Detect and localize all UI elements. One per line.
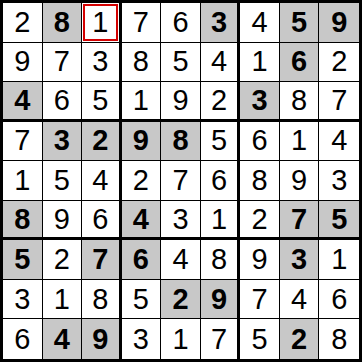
cell-r7c9[interactable]: 1	[319, 240, 359, 280]
cell-r4c5[interactable]: 8	[161, 122, 201, 162]
cell-r4c1[interactable]: 7	[3, 122, 43, 162]
cell-r7c4[interactable]: 6	[122, 240, 162, 280]
cell-r1c5[interactable]: 6	[161, 3, 201, 43]
cell-r2c3[interactable]: 3	[82, 43, 122, 83]
cell-r5c6[interactable]: 6	[201, 161, 241, 201]
cell-r5c3[interactable]: 4	[82, 161, 122, 201]
cell-r4c2[interactable]: 3	[43, 122, 83, 162]
cell-r3c5[interactable]: 9	[161, 82, 201, 122]
cell-r4c7[interactable]: 6	[240, 122, 280, 162]
cell-r4c4[interactable]: 9	[122, 122, 162, 162]
cell-r7c6[interactable]: 8	[201, 240, 241, 280]
cell-r3c2[interactable]: 6	[43, 82, 83, 122]
cell-r6c1[interactable]: 8	[3, 201, 43, 241]
cell-r8c6[interactable]: 9	[201, 280, 241, 320]
cell-r8c8[interactable]: 4	[280, 280, 320, 320]
cell-r8c1[interactable]: 3	[3, 280, 43, 320]
cell-r8c7[interactable]: 7	[240, 280, 280, 320]
cell-r9c4[interactable]: 3	[122, 319, 162, 359]
cell-r1c7[interactable]: 4	[240, 3, 280, 43]
cell-r1c6[interactable]: 3	[201, 3, 241, 43]
cell-r2c1[interactable]: 9	[3, 43, 43, 83]
cell-r1c8[interactable]: 5	[280, 3, 320, 43]
cell-r2c7[interactable]: 1	[240, 43, 280, 83]
cell-r2c4[interactable]: 8	[122, 43, 162, 83]
cell-r2c9[interactable]: 2	[319, 43, 359, 83]
cell-r4c3[interactable]: 2	[82, 122, 122, 162]
cell-r1c1[interactable]: 2	[3, 3, 43, 43]
cell-r9c9[interactable]: 8	[319, 319, 359, 359]
cell-r7c3[interactable]: 7	[82, 240, 122, 280]
cell-r5c1[interactable]: 1	[3, 161, 43, 201]
cell-r5c8[interactable]: 9	[280, 161, 320, 201]
cell-r5c2[interactable]: 5	[43, 161, 83, 201]
cell-r5c4[interactable]: 2	[122, 161, 162, 201]
cell-r9c5[interactable]: 1	[161, 319, 201, 359]
cell-r9c6[interactable]: 7	[201, 319, 241, 359]
cell-r8c5[interactable]: 2	[161, 280, 201, 320]
cell-r7c2[interactable]: 2	[43, 240, 83, 280]
cell-r2c2[interactable]: 7	[43, 43, 83, 83]
cell-r8c3[interactable]: 8	[82, 280, 122, 320]
sudoku-board: 2817634599738541624651923877329856141542…	[0, 0, 362, 362]
cell-r9c7[interactable]: 5	[240, 319, 280, 359]
cell-r2c5[interactable]: 5	[161, 43, 201, 83]
cell-r3c4[interactable]: 1	[122, 82, 162, 122]
cell-r5c7[interactable]: 8	[240, 161, 280, 201]
cell-r1c9[interactable]: 9	[319, 3, 359, 43]
cell-r6c5[interactable]: 3	[161, 201, 201, 241]
cell-r3c6[interactable]: 2	[201, 82, 241, 122]
cell-r6c4[interactable]: 4	[122, 201, 162, 241]
cell-r5c5[interactable]: 7	[161, 161, 201, 201]
cell-r1c3[interactable]: 1	[82, 3, 122, 43]
cell-r3c7[interactable]: 3	[240, 82, 280, 122]
cell-r9c8[interactable]: 2	[280, 319, 320, 359]
cell-r8c9[interactable]: 6	[319, 280, 359, 320]
cell-r3c3[interactable]: 5	[82, 82, 122, 122]
cell-r8c2[interactable]: 1	[43, 280, 83, 320]
cell-r4c8[interactable]: 1	[280, 122, 320, 162]
cell-r3c9[interactable]: 7	[319, 82, 359, 122]
cell-r9c1[interactable]: 6	[3, 319, 43, 359]
cell-r2c8[interactable]: 6	[280, 43, 320, 83]
cell-r7c1[interactable]: 5	[3, 240, 43, 280]
cell-r6c3[interactable]: 6	[82, 201, 122, 241]
cell-r4c9[interactable]: 4	[319, 122, 359, 162]
cell-r3c1[interactable]: 4	[3, 82, 43, 122]
cell-r1c2[interactable]: 8	[43, 3, 83, 43]
cell-r5c9[interactable]: 3	[319, 161, 359, 201]
cell-r7c7[interactable]: 9	[240, 240, 280, 280]
cell-r7c5[interactable]: 4	[161, 240, 201, 280]
cell-r4c6[interactable]: 5	[201, 122, 241, 162]
cell-r6c6[interactable]: 1	[201, 201, 241, 241]
cell-r7c8[interactable]: 3	[280, 240, 320, 280]
cell-r1c4[interactable]: 7	[122, 3, 162, 43]
cell-r6c7[interactable]: 2	[240, 201, 280, 241]
cell-r6c9[interactable]: 5	[319, 201, 359, 241]
cell-r6c2[interactable]: 9	[43, 201, 83, 241]
cell-r6c8[interactable]: 7	[280, 201, 320, 241]
cell-r9c3[interactable]: 9	[82, 319, 122, 359]
cell-r3c8[interactable]: 8	[280, 82, 320, 122]
cell-r8c4[interactable]: 5	[122, 280, 162, 320]
cell-r9c2[interactable]: 4	[43, 319, 83, 359]
cell-r2c6[interactable]: 4	[201, 43, 241, 83]
